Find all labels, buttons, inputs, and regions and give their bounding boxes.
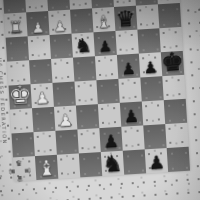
square-c4[interactable]: ♞ [72, 32, 95, 57]
white-bishop-h2[interactable]: ♝ [36, 157, 56, 179]
square-e6[interactable] [118, 78, 141, 103]
square-c5[interactable]: ♟ [93, 31, 116, 56]
square-g2[interactable] [33, 131, 56, 156]
black-pawn-c5[interactable]: ♟ [98, 39, 112, 55]
square-g3[interactable] [55, 129, 78, 154]
square-f7[interactable] [142, 100, 165, 125]
black-knight-h5[interactable]: ♞ [102, 151, 123, 175]
chess-board: ♜♟♟♝♛♞♟♟♟♚♚♟♟♟♟♝♞♟ [3, 0, 190, 181]
square-h8[interactable] [167, 147, 190, 172]
square-b3[interactable]: ♟ [48, 10, 71, 35]
square-b4[interactable] [70, 8, 93, 33]
square-e1[interactable]: ♚ [9, 84, 32, 109]
square-b8[interactable] [158, 3, 181, 28]
white-pawn-e2[interactable]: ♟ [35, 90, 50, 107]
square-g4[interactable] [77, 128, 100, 153]
square-h2[interactable]: ♝ [35, 155, 58, 180]
square-g5[interactable]: ♟ [99, 127, 122, 152]
black-pawn-d6[interactable]: ♟ [121, 61, 136, 77]
white-rook-b1[interactable]: ♜ [8, 19, 23, 36]
square-b6[interactable]: ♛ [114, 6, 137, 31]
square-f3[interactable]: ♟ [54, 106, 77, 131]
square-g7[interactable] [143, 124, 166, 149]
square-h5[interactable]: ♞ [101, 151, 124, 176]
square-e8[interactable] [162, 75, 185, 100]
square-b5[interactable]: ♝ [92, 7, 115, 32]
black-pawn-g5[interactable]: ♟ [103, 133, 120, 151]
square-e2[interactable]: ♟ [31, 83, 54, 108]
board-sheet: US CHESS FEDERATION ♛ ♛ ♛ ♛ ♜♟♟♝♛♞♟♟♟♚♚♟… [0, 0, 200, 200]
black-queen-b6[interactable]: ♛ [115, 7, 136, 30]
black-pawn-d7[interactable]: ♟ [143, 60, 158, 76]
square-f1[interactable] [10, 108, 33, 133]
square-d3[interactable] [51, 58, 74, 83]
white-pawn-b3[interactable]: ♟ [53, 19, 67, 34]
square-f4[interactable] [76, 104, 99, 129]
square-e7[interactable] [140, 76, 163, 101]
square-d2[interactable] [29, 59, 52, 84]
square-f8[interactable] [164, 99, 187, 124]
white-king-e1[interactable]: ♚ [8, 81, 33, 109]
square-d8[interactable]: ♚ [161, 51, 184, 76]
square-h3[interactable] [57, 153, 80, 178]
logo-crown-icon: ♛ [8, 168, 16, 176]
square-c7[interactable] [137, 28, 160, 53]
square-c6[interactable] [115, 30, 138, 55]
square-h7[interactable]: ♟ [145, 148, 168, 173]
logo-crown-icon: ♛ [16, 174, 24, 182]
square-d4[interactable] [73, 56, 96, 81]
square-d5[interactable] [95, 55, 118, 80]
square-f5[interactable] [98, 103, 121, 128]
black-knight-c4[interactable]: ♞ [74, 37, 92, 57]
square-e5[interactable] [96, 79, 119, 104]
square-h6[interactable] [123, 149, 146, 174]
black-pawn-h7[interactable]: ♟ [148, 153, 165, 172]
square-f6[interactable]: ♟ [120, 101, 143, 126]
square-b1[interactable]: ♜ [4, 12, 27, 37]
square-c1[interactable] [6, 36, 29, 61]
white-pawn-b2[interactable]: ♟ [31, 20, 45, 35]
white-bishop-b5[interactable]: ♝ [96, 13, 112, 31]
square-c3[interactable] [50, 34, 73, 59]
logo-crown-icon: ♛ [22, 167, 30, 175]
square-d6[interactable]: ♟ [117, 54, 140, 79]
square-g1[interactable] [11, 132, 34, 157]
board-photo: US CHESS FEDERATION ♛ ♛ ♛ ♛ ♜♟♟♝♛♞♟♟♟♚♚♟… [0, 0, 200, 200]
us-chess-logo: ♛ ♛ ♛ ♛ [7, 158, 32, 183]
square-g6[interactable] [121, 125, 144, 150]
black-king-d8[interactable]: ♚ [160, 49, 184, 76]
square-e3[interactable] [52, 82, 75, 107]
white-pawn-f3[interactable]: ♟ [58, 112, 74, 130]
square-c2[interactable] [28, 35, 51, 60]
square-f2[interactable] [32, 107, 55, 132]
square-e4[interactable] [74, 80, 97, 105]
square-h4[interactable] [79, 152, 102, 177]
square-g8[interactable] [165, 123, 188, 148]
square-b7[interactable] [136, 4, 159, 29]
black-pawn-f6[interactable]: ♟ [124, 108, 140, 126]
square-b2[interactable]: ♟ [26, 11, 49, 36]
square-d7[interactable]: ♟ [139, 52, 162, 77]
